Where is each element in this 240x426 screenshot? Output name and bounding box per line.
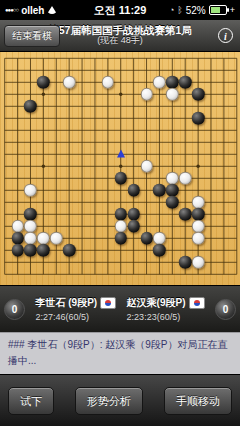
go-board[interactable]	[0, 52, 240, 285]
move-count-subtitle: (现在 48手)	[48, 36, 192, 46]
player-time-left: 2:27:46(60/5)	[35, 312, 89, 322]
player-block-left: 李世石 (9段P)2:27:46(60/5)	[35, 296, 116, 322]
battery-icon	[209, 5, 227, 15]
signal-strength-icon: ●●●○○	[5, 7, 18, 13]
bluetooth-icon: ᛒ	[177, 5, 182, 15]
korea-flag-icon	[189, 297, 205, 309]
info-icon[interactable]: i	[218, 28, 233, 43]
wifi-icon	[47, 6, 57, 14]
captures-count-right: 0	[215, 299, 236, 320]
try-move-button[interactable]: 试下	[8, 387, 54, 415]
end-watching-button[interactable]: 结束看棋	[4, 25, 60, 47]
carrier-label: olleh	[21, 5, 44, 16]
captures-count-left: 0	[4, 299, 25, 320]
player-time-right: 2:23:23(60/5)	[127, 312, 181, 322]
korea-flag-icon	[100, 297, 116, 309]
bottom-toolbar: 试下 形势分析 手顺移动	[0, 374, 240, 426]
app-screen: ●●●○○ olleh 오전 11:29 ◔ ᛒ 52% + 结束看棋 第57届…	[0, 0, 240, 426]
player-bar: 0李世石 (9段P)2:27:46(60/5)赵汉乘(9段P)2:23:23(6…	[0, 285, 240, 332]
player-name-right: 赵汉乘(9段P)	[127, 296, 186, 310]
last-move-triangle-marker	[117, 150, 125, 158]
status-time: 오전 11:29	[94, 3, 147, 18]
alarm-clock-icon: ◔	[169, 5, 174, 15]
analysis-button[interactable]: 形势分析	[75, 387, 143, 415]
title-bar: 结束看棋 第57届韩国国手战挑战赛第1局 (现在 48手) i	[0, 20, 240, 52]
broadcast-message: ### 李世石（9段P）: 赵汉乘（9段P）对局正在直播中...	[0, 332, 240, 374]
player-name-left: 李世石 (9段P)	[35, 296, 97, 310]
battery-percent: 52%	[186, 5, 206, 16]
move-navigation-button[interactable]: 手顺移动	[164, 387, 232, 415]
player-block-right: 赵汉乘(9段P)2:23:23(60/5)	[127, 296, 205, 322]
status-bar: ●●●○○ olleh 오전 11:29 ◔ ᛒ 52% +	[0, 0, 240, 20]
charging-icon: +	[230, 5, 235, 15]
